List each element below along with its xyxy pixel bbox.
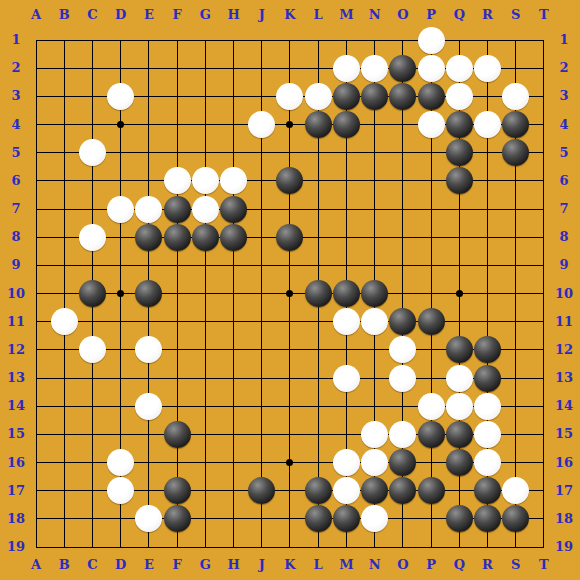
- stone-black-Q18[interactable]: [446, 505, 473, 532]
- stone-white-G6[interactable]: [192, 167, 219, 194]
- coord-label-top: J: [251, 8, 273, 22]
- coord-label-right: 6: [551, 174, 577, 188]
- coord-label-top: B: [53, 8, 75, 22]
- coord-label-left: 16: [3, 456, 29, 470]
- coord-label-bottom: N: [364, 558, 386, 572]
- stone-white-M2[interactable]: [333, 55, 360, 82]
- coord-label-bottom: F: [166, 558, 188, 572]
- stone-white-K3[interactable]: [276, 83, 303, 110]
- coord-label-right: 7: [551, 202, 577, 216]
- stone-white-H6[interactable]: [220, 167, 247, 194]
- coord-label-right: 18: [551, 512, 577, 526]
- coord-label-bottom: D: [110, 558, 132, 572]
- coord-label-top: N: [364, 8, 386, 22]
- coord-label-left: 9: [3, 258, 29, 272]
- coord-label-right: 4: [551, 118, 577, 132]
- coord-label-left: 19: [3, 540, 29, 554]
- coord-label-bottom: M: [335, 558, 357, 572]
- coord-label-bottom: G: [194, 558, 216, 572]
- coord-label-bottom: A: [25, 558, 47, 572]
- coord-label-left: 13: [3, 371, 29, 385]
- stone-black-K6[interactable]: [276, 167, 303, 194]
- stone-white-E12[interactable]: [135, 336, 162, 363]
- stone-white-F6[interactable]: [164, 167, 191, 194]
- coord-label-right: 13: [551, 371, 577, 385]
- stone-white-Q14[interactable]: [446, 393, 473, 420]
- stone-white-O12[interactable]: [389, 336, 416, 363]
- coord-label-top: C: [81, 8, 103, 22]
- coord-label-bottom: H: [223, 558, 245, 572]
- stone-white-E18[interactable]: [135, 505, 162, 532]
- stone-white-Q2[interactable]: [446, 55, 473, 82]
- coord-label-right: 17: [551, 484, 577, 498]
- stone-black-L4[interactable]: [305, 111, 332, 138]
- star-point: [286, 121, 293, 128]
- coord-label-left: 18: [3, 512, 29, 526]
- stone-black-E8[interactable]: [135, 224, 162, 251]
- coord-label-right: 2: [551, 61, 577, 75]
- coord-label-bottom: L: [307, 558, 329, 572]
- grid-line-vertical: [64, 40, 65, 548]
- stone-black-L10[interactable]: [305, 280, 332, 307]
- stone-black-P11[interactable]: [418, 308, 445, 335]
- stone-white-Q3[interactable]: [446, 83, 473, 110]
- stone-white-M13[interactable]: [333, 365, 360, 392]
- stone-black-Q12[interactable]: [446, 336, 473, 363]
- stone-black-F18[interactable]: [164, 505, 191, 532]
- stone-black-O16[interactable]: [389, 449, 416, 476]
- stone-black-Q5[interactable]: [446, 139, 473, 166]
- stone-black-M18[interactable]: [333, 505, 360, 532]
- stone-black-Q4[interactable]: [446, 111, 473, 138]
- stone-black-F7[interactable]: [164, 196, 191, 223]
- stone-black-G8[interactable]: [192, 224, 219, 251]
- coord-label-bottom: E: [138, 558, 160, 572]
- stone-black-F8[interactable]: [164, 224, 191, 251]
- coord-label-top: D: [110, 8, 132, 22]
- grid-line-vertical: [233, 40, 234, 548]
- stone-black-F17[interactable]: [164, 477, 191, 504]
- stone-black-M3[interactable]: [333, 83, 360, 110]
- coord-label-left: 5: [3, 146, 29, 160]
- coord-label-left: 4: [3, 118, 29, 132]
- go-board[interactable]: AABBCCDDEEFFGGHHJJKKLLMMNNOOPPQQRRSSTT11…: [0, 0, 580, 580]
- stone-black-Q15[interactable]: [446, 421, 473, 448]
- grid-line-vertical: [36, 40, 37, 548]
- stone-black-H7[interactable]: [220, 196, 247, 223]
- coord-label-right: 3: [551, 89, 577, 103]
- stone-black-P3[interactable]: [418, 83, 445, 110]
- stone-black-F15[interactable]: [164, 421, 191, 448]
- stone-white-P4[interactable]: [418, 111, 445, 138]
- stone-black-O17[interactable]: [389, 477, 416, 504]
- grid-line-vertical: [543, 40, 544, 548]
- stone-white-N15[interactable]: [361, 421, 388, 448]
- star-point: [117, 121, 124, 128]
- stone-white-R15[interactable]: [474, 421, 501, 448]
- stone-white-M11[interactable]: [333, 308, 360, 335]
- coord-label-bottom: B: [53, 558, 75, 572]
- coord-label-bottom: K: [279, 558, 301, 572]
- stone-white-R16[interactable]: [474, 449, 501, 476]
- coord-label-right: 1: [551, 33, 577, 47]
- stone-black-S4[interactable]: [502, 111, 529, 138]
- stone-black-R12[interactable]: [474, 336, 501, 363]
- stone-white-E7[interactable]: [135, 196, 162, 223]
- stone-white-D7[interactable]: [107, 196, 134, 223]
- stone-black-R18[interactable]: [474, 505, 501, 532]
- coord-label-top: L: [307, 8, 329, 22]
- stone-white-R14[interactable]: [474, 393, 501, 420]
- stone-white-N18[interactable]: [361, 505, 388, 532]
- stone-black-O2[interactable]: [389, 55, 416, 82]
- coord-label-bottom: T: [533, 558, 555, 572]
- stone-black-J17[interactable]: [248, 477, 275, 504]
- coord-label-right: 12: [551, 343, 577, 357]
- coord-label-right: 5: [551, 146, 577, 160]
- stone-white-S17[interactable]: [502, 477, 529, 504]
- stone-black-P15[interactable]: [418, 421, 445, 448]
- stone-white-O15[interactable]: [389, 421, 416, 448]
- stone-black-L17[interactable]: [305, 477, 332, 504]
- coord-label-bottom: J: [251, 558, 273, 572]
- coord-label-bottom: C: [81, 558, 103, 572]
- stone-white-P1[interactable]: [418, 27, 445, 54]
- stone-white-L3[interactable]: [305, 83, 332, 110]
- stone-white-B11[interactable]: [51, 308, 78, 335]
- coord-label-top: P: [420, 8, 442, 22]
- coord-label-left: 15: [3, 427, 29, 441]
- coord-label-left: 14: [3, 399, 29, 413]
- star-point: [117, 290, 124, 297]
- coord-label-top: S: [505, 8, 527, 22]
- stone-white-J4[interactable]: [248, 111, 275, 138]
- stone-black-S5[interactable]: [502, 139, 529, 166]
- coord-label-left: 12: [3, 343, 29, 357]
- stone-white-O13[interactable]: [389, 365, 416, 392]
- stone-black-E10[interactable]: [135, 280, 162, 307]
- stone-white-Q13[interactable]: [446, 365, 473, 392]
- stone-black-N3[interactable]: [361, 83, 388, 110]
- coord-label-top: K: [279, 8, 301, 22]
- stone-white-N11[interactable]: [361, 308, 388, 335]
- coord-label-right: 19: [551, 540, 577, 554]
- coord-label-left: 10: [3, 287, 29, 301]
- stone-black-M10[interactable]: [333, 280, 360, 307]
- coord-label-right: 14: [551, 399, 577, 413]
- star-point: [456, 290, 463, 297]
- stone-black-N17[interactable]: [361, 477, 388, 504]
- coord-label-right: 11: [551, 315, 577, 329]
- coord-label-left: 7: [3, 202, 29, 216]
- coord-label-right: 8: [551, 230, 577, 244]
- coord-label-left: 6: [3, 174, 29, 188]
- coord-label-right: 16: [551, 456, 577, 470]
- stone-black-L18[interactable]: [305, 505, 332, 532]
- stone-white-C5[interactable]: [79, 139, 106, 166]
- grid-line-vertical: [177, 40, 178, 548]
- coord-label-bottom: S: [505, 558, 527, 572]
- stone-black-Q16[interactable]: [446, 449, 473, 476]
- coord-label-bottom: Q: [448, 558, 470, 572]
- stone-black-P17[interactable]: [418, 477, 445, 504]
- coord-label-right: 10: [551, 287, 577, 301]
- coord-label-right: 9: [551, 258, 577, 272]
- stone-white-D17[interactable]: [107, 477, 134, 504]
- coord-label-bottom: P: [420, 558, 442, 572]
- coord-label-top: H: [223, 8, 245, 22]
- coord-label-left: 17: [3, 484, 29, 498]
- coord-label-bottom: O: [392, 558, 414, 572]
- grid-line-vertical: [205, 40, 206, 548]
- stone-white-M17[interactable]: [333, 477, 360, 504]
- coord-label-right: 15: [551, 427, 577, 441]
- stone-white-D16[interactable]: [107, 449, 134, 476]
- coord-label-left: 3: [3, 89, 29, 103]
- coord-label-top: Q: [448, 8, 470, 22]
- stone-white-D3[interactable]: [107, 83, 134, 110]
- stone-white-C12[interactable]: [79, 336, 106, 363]
- coord-label-top: G: [194, 8, 216, 22]
- coord-label-left: 11: [3, 315, 29, 329]
- coord-label-top: T: [533, 8, 555, 22]
- stone-black-N10[interactable]: [361, 280, 388, 307]
- coord-label-top: R: [477, 8, 499, 22]
- coord-label-top: A: [25, 8, 47, 22]
- star-point: [286, 290, 293, 297]
- coord-label-left: 1: [3, 33, 29, 47]
- coord-label-left: 8: [3, 230, 29, 244]
- stone-white-S3[interactable]: [502, 83, 529, 110]
- stone-white-N2[interactable]: [361, 55, 388, 82]
- coord-label-top: F: [166, 8, 188, 22]
- stone-black-Q6[interactable]: [446, 167, 473, 194]
- stone-white-R4[interactable]: [474, 111, 501, 138]
- star-point: [286, 459, 293, 466]
- stone-white-E14[interactable]: [135, 393, 162, 420]
- stone-black-O3[interactable]: [389, 83, 416, 110]
- stone-black-H8[interactable]: [220, 224, 247, 251]
- stone-white-C8[interactable]: [79, 224, 106, 251]
- stone-black-O11[interactable]: [389, 308, 416, 335]
- stone-white-M16[interactable]: [333, 449, 360, 476]
- stone-white-P2[interactable]: [418, 55, 445, 82]
- stone-white-N16[interactable]: [361, 449, 388, 476]
- stone-black-K8[interactable]: [276, 224, 303, 251]
- stone-white-P14[interactable]: [418, 393, 445, 420]
- coord-label-top: E: [138, 8, 160, 22]
- stone-black-C10[interactable]: [79, 280, 106, 307]
- stone-white-R2[interactable]: [474, 55, 501, 82]
- stone-white-G7[interactable]: [192, 196, 219, 223]
- coord-label-left: 2: [3, 61, 29, 75]
- stone-black-M4[interactable]: [333, 111, 360, 138]
- stone-black-S18[interactable]: [502, 505, 529, 532]
- coord-label-bottom: R: [477, 558, 499, 572]
- stone-black-R17[interactable]: [474, 477, 501, 504]
- coord-label-top: O: [392, 8, 414, 22]
- stone-black-R13[interactable]: [474, 365, 501, 392]
- coord-label-top: M: [335, 8, 357, 22]
